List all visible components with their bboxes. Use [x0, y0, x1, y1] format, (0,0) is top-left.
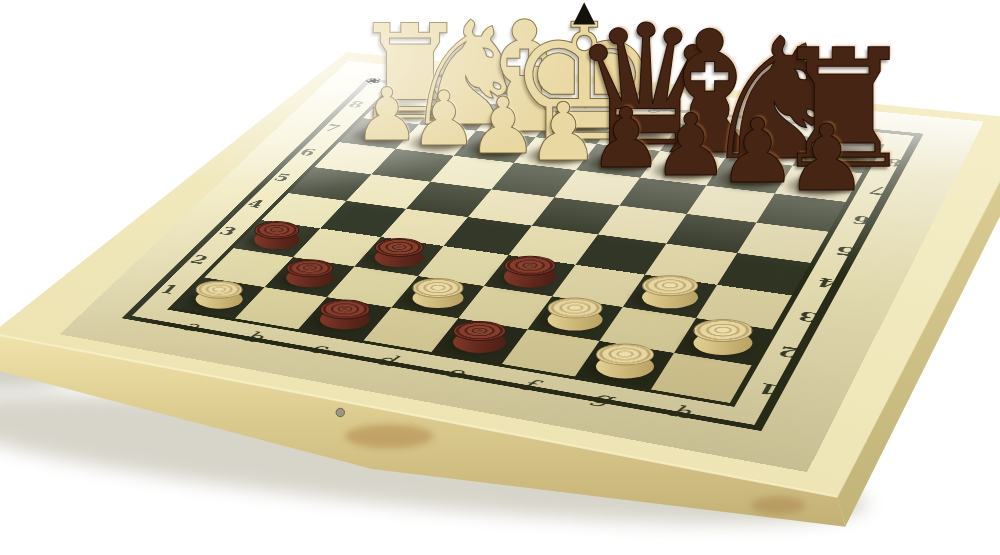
flower-icon: ❀: [435, 73, 452, 80]
clasp-pin: [336, 408, 344, 416]
wood-knot: [345, 424, 433, 448]
wood-knot: [751, 496, 805, 514]
flower-icon: ✿: [414, 66, 437, 75]
board-photo: 1122334455667788aabbccddeeffgghh ✿❀❀✿❀ ♜…: [0, 0, 1000, 555]
flower-icon: ❀: [364, 76, 383, 85]
